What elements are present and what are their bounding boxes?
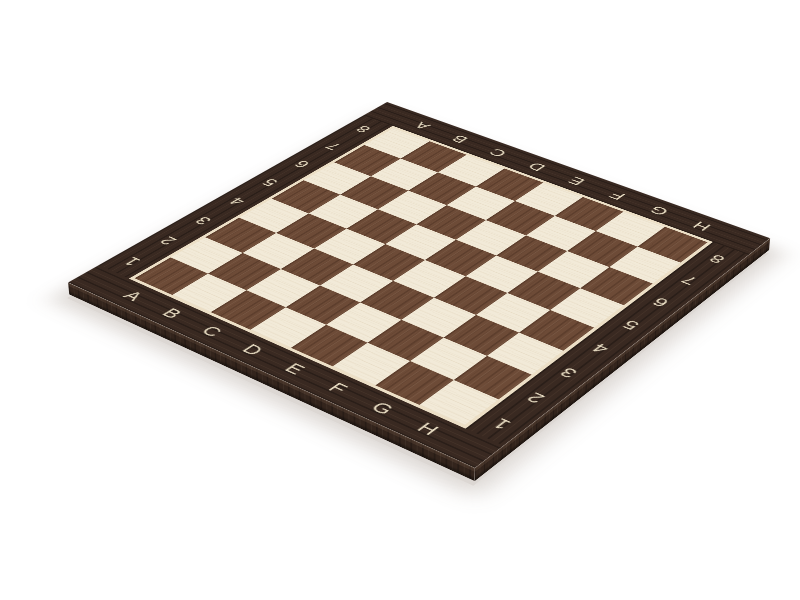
square-h5 xyxy=(550,288,624,327)
square-d3 xyxy=(320,265,393,303)
board-top-surface: ABCDEFGH ABCDEFGH 87654321 87654321 xyxy=(68,102,770,468)
square-c1 xyxy=(211,290,286,329)
square-h3 xyxy=(487,333,563,375)
square-g1 xyxy=(375,361,453,405)
rail-near-files: ABCDEFGH xyxy=(98,279,465,451)
square-h4 xyxy=(519,310,594,351)
square-f5 xyxy=(466,256,538,293)
square-b1 xyxy=(172,274,246,312)
square-c2 xyxy=(246,269,320,307)
square-d2 xyxy=(286,286,360,325)
square-g5 xyxy=(507,272,580,310)
square-e2 xyxy=(326,302,401,342)
square-g2 xyxy=(410,338,487,380)
square-h1 xyxy=(419,380,498,425)
square-g3 xyxy=(444,315,519,356)
square-h6 xyxy=(580,267,652,305)
square-e4 xyxy=(393,260,466,298)
square-e3 xyxy=(360,281,434,320)
square-h2 xyxy=(454,356,532,399)
chessboard: ABCDEFGH ABCDEFGH 87654321 87654321 xyxy=(68,102,770,468)
square-d1 xyxy=(250,307,326,348)
square-f2 xyxy=(368,320,444,361)
square-f4 xyxy=(434,276,507,315)
square-f1 xyxy=(333,343,410,386)
product-photo-scene: ABCDEFGH ABCDEFGH 87654321 87654321 xyxy=(0,0,800,600)
square-g4 xyxy=(476,293,550,333)
square-a1 xyxy=(135,257,208,295)
board-grid xyxy=(129,126,713,429)
square-e1 xyxy=(291,325,368,367)
rail-right-ranks: 87654321 xyxy=(465,242,748,446)
square-f3 xyxy=(401,298,476,338)
